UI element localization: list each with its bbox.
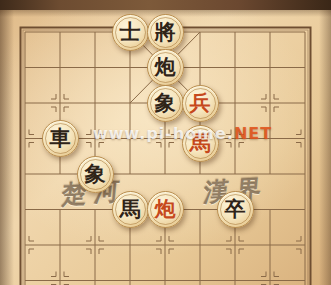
- piece-glyph: 兵: [183, 86, 218, 121]
- piece-glyph: 炮: [148, 192, 183, 227]
- piece-red-cannon[interactable]: 炮: [147, 191, 184, 228]
- piece-red-soldier[interactable]: 兵: [182, 85, 219, 122]
- piece-black-cannon[interactable]: 炮: [147, 49, 184, 86]
- piece-glyph: 象: [148, 86, 183, 121]
- piece-black-advisor[interactable]: 士: [112, 14, 149, 51]
- piece-black-elephant[interactable]: 象: [77, 156, 114, 193]
- piece-glyph: 將: [148, 15, 183, 50]
- piece-glyph: 卒: [218, 192, 253, 227]
- xiangqi-game-screen: 楚河 漢界 士將炮象兵車馬象馬炮卒 www.pi-home.NET: [0, 0, 331, 285]
- piece-glyph: 炮: [148, 50, 183, 85]
- piece-glyph: 象: [78, 157, 113, 192]
- piece-black-chariot[interactable]: 車: [42, 120, 79, 157]
- piece-glyph: 車: [43, 121, 78, 156]
- watermark-suffix: NET: [234, 124, 272, 143]
- piece-glyph: 馬: [113, 192, 148, 227]
- piece-black-elephant[interactable]: 象: [147, 85, 184, 122]
- piece-black-horse[interactable]: 馬: [112, 191, 149, 228]
- watermark: www.pi-home.NET: [93, 124, 272, 143]
- piece-glyph: 士: [113, 15, 148, 50]
- piece-black-soldier[interactable]: 卒: [217, 191, 254, 228]
- watermark-prefix: www.pi-home.: [93, 124, 234, 143]
- piece-black-general[interactable]: 將: [147, 14, 184, 51]
